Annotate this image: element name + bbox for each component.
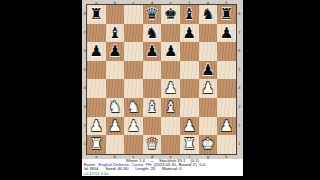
piece-white-pawn: ♟ — [106, 117, 125, 136]
square-e6: ♟ — [161, 42, 180, 61]
piece-black-knight: ♞ — [143, 24, 162, 43]
square-h4 — [217, 79, 236, 98]
engine-eval: +0.47/14 4.0s — [83, 171, 109, 176]
square-g1: ♚ — [199, 135, 218, 154]
rank-label-8: 8 — [236, 5, 243, 24]
piece-black-pawn: ♟ — [180, 24, 199, 43]
square-f3 — [180, 98, 199, 117]
rank-label-6: 6 — [236, 42, 243, 61]
square-a1: ♜ — [87, 135, 106, 154]
piece-white-pawn: ♟ — [180, 117, 199, 136]
piece-white-bishop: ♝ — [161, 98, 180, 117]
piece-black-rook: ♜ — [217, 5, 236, 24]
square-e2 — [161, 117, 180, 136]
square-a2: ♟ — [87, 117, 106, 136]
piece-black-pawn: ♟ — [106, 42, 125, 61]
square-g2 — [199, 117, 218, 136]
piece-black-pawn: ♟ — [87, 42, 106, 61]
piece-black-bishop: ♝ — [106, 24, 125, 43]
piece-black-rook: ♜ — [87, 5, 106, 24]
square-b1 — [106, 135, 125, 154]
square-d5 — [143, 61, 162, 80]
rank-label-7: 7 — [236, 24, 243, 43]
square-h5 — [217, 61, 236, 80]
square-c5 — [124, 61, 143, 80]
square-b3: ♞ — [106, 98, 125, 117]
square-b2: ♟ — [106, 117, 125, 136]
piece-black-pawn: ♟ — [199, 61, 218, 80]
square-e8: ♚ — [161, 5, 180, 24]
square-g3 — [199, 98, 218, 117]
square-a3 — [87, 98, 106, 117]
square-h2: ♟ — [217, 117, 236, 136]
square-g6 — [199, 42, 218, 61]
square-e5 — [161, 61, 180, 80]
square-d4 — [143, 79, 162, 98]
square-e1 — [161, 135, 180, 154]
square-h1 — [217, 135, 236, 154]
square-c3: ♞ — [124, 98, 143, 117]
square-a7 — [87, 24, 106, 43]
rank-label-4: 4 — [236, 79, 243, 98]
game-material: Material: 0 — [162, 167, 182, 171]
piece-white-pawn: ♟ — [161, 79, 180, 98]
square-d6: ♟ — [143, 42, 162, 61]
piece-white-rook: ♜ — [87, 135, 106, 154]
piece-black-king: ♚ — [161, 5, 180, 24]
square-e3: ♝ — [161, 98, 180, 117]
rank-label-5: 5 — [236, 61, 243, 80]
square-d8: ♛ — [143, 5, 162, 24]
square-f4 — [180, 79, 199, 98]
square-h6 — [217, 42, 236, 61]
square-g8: ♞ — [199, 5, 218, 24]
square-c8 — [124, 5, 143, 24]
rank-labels-right: 87654321 — [236, 5, 243, 154]
engine-eval-line: +0.47/14 4.0s — [82, 172, 243, 176]
square-d7: ♞ — [143, 24, 162, 43]
rank-label-2: 2 — [236, 117, 243, 136]
piece-white-pawn: ♟ — [217, 117, 236, 136]
square-d1: ♛ — [143, 135, 162, 154]
square-b8 — [106, 5, 125, 24]
square-e7 — [161, 24, 180, 43]
square-f8: ♝ — [180, 5, 199, 24]
square-g4: ♟ — [199, 79, 218, 98]
rank-label-1: 1 — [236, 135, 243, 154]
piece-white-knight: ♞ — [124, 98, 143, 117]
square-a5 — [87, 61, 106, 80]
piece-white-pawn: ♟ — [87, 117, 106, 136]
piece-white-bishop: ♝ — [143, 98, 162, 117]
chess-board: ♜♛♚♝♞♜♝♞♟♟♟♟♟♟♟♟♟♞♞♝♝♟♟♟♟♟♜♛♜♚ — [87, 5, 236, 154]
event-result: 0-0 — [199, 163, 205, 167]
piece-black-knight: ♞ — [199, 5, 218, 24]
rank-label-3: 3 — [236, 98, 243, 117]
square-a4 — [87, 79, 106, 98]
square-b5 — [106, 61, 125, 80]
square-b6: ♟ — [106, 42, 125, 61]
piece-white-king: ♚ — [199, 135, 218, 154]
piece-white-knight: ♞ — [106, 98, 125, 117]
square-h7: ♟ — [217, 24, 236, 43]
piece-black-pawn: ♟ — [143, 42, 162, 61]
square-e4: ♟ — [161, 79, 180, 98]
square-c7 — [124, 24, 143, 43]
square-c2: ♟ — [124, 117, 143, 136]
piece-white-queen: ♛ — [143, 135, 162, 154]
square-h3 — [217, 98, 236, 117]
square-d2 — [143, 117, 162, 136]
game-seed: Seed: 40-90 — [105, 167, 128, 171]
square-f7: ♟ — [180, 24, 199, 43]
square-c4 — [124, 79, 143, 98]
square-h8: ♜ — [217, 5, 236, 24]
square-c1 — [124, 135, 143, 154]
square-b4 — [106, 79, 125, 98]
piece-white-pawn: ♟ — [124, 117, 143, 136]
square-c6 — [124, 42, 143, 61]
game-info-footer: Winter 1.4 — Stockfish 15.1 (0-1) Event:… — [82, 159, 243, 176]
square-b7: ♝ — [106, 24, 125, 43]
square-d3: ♝ — [143, 98, 162, 117]
square-f1: ♜ — [180, 135, 199, 154]
square-f5 — [180, 61, 199, 80]
square-a6: ♟ — [87, 42, 106, 61]
square-g7 — [199, 24, 218, 43]
piece-black-pawn: ♟ — [217, 24, 236, 43]
piece-black-pawn: ♟ — [161, 42, 180, 61]
square-a8: ♜ — [87, 5, 106, 24]
piece-black-bishop: ♝ — [180, 5, 199, 24]
piece-white-pawn: ♟ — [199, 79, 218, 98]
piece-black-queen: ♛ — [143, 5, 162, 24]
square-f2: ♟ — [180, 117, 199, 136]
game-length: Length: 20 — [135, 167, 155, 171]
piece-white-rook: ♜ — [180, 135, 199, 154]
square-g5: ♟ — [199, 61, 218, 80]
square-f6 — [180, 42, 199, 61]
video-content-column: abcdefgh 87654321 ♜♛♚♝♞♜♝♞♟♟♟♟♟♟♟♟♟♞♞♝♝♟… — [82, 0, 243, 176]
